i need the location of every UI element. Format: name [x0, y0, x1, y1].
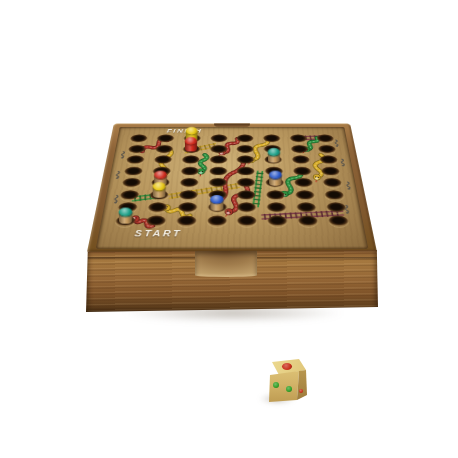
die-pip-top-1 — [282, 363, 292, 370]
peg-blue-r7c4 — [210, 195, 223, 211]
finger-notch — [195, 250, 257, 277]
peg-cap — [269, 170, 282, 178]
peg-teal-r3c6 — [267, 148, 279, 163]
board: FINISH START — [87, 124, 377, 252]
peg-cap — [154, 170, 167, 178]
peg-cap — [152, 182, 165, 190]
die-pip-front-1 — [273, 382, 279, 388]
die-pip-front-2 — [286, 386, 292, 392]
die — [266, 358, 310, 404]
peg-yellow-r6c2 — [152, 182, 165, 198]
pegs-layer — [96, 127, 369, 249]
peg-blue-r5c6 — [269, 170, 282, 185]
peg-cap — [267, 148, 279, 156]
box-front — [86, 250, 378, 312]
board-frame: FINISH START — [87, 124, 377, 252]
peg-cap — [210, 195, 223, 203]
board-surface: FINISH START — [96, 127, 369, 249]
photo-stage: FINISH START — [0, 0, 458, 458]
peg-red-r2c3 — [185, 137, 197, 152]
die-pip-right-1 — [299, 389, 303, 393]
peg-cap — [186, 127, 198, 135]
peg-teal-r8c1 — [119, 208, 132, 224]
game-box-scene: FINISH START — [0, 0, 458, 458]
